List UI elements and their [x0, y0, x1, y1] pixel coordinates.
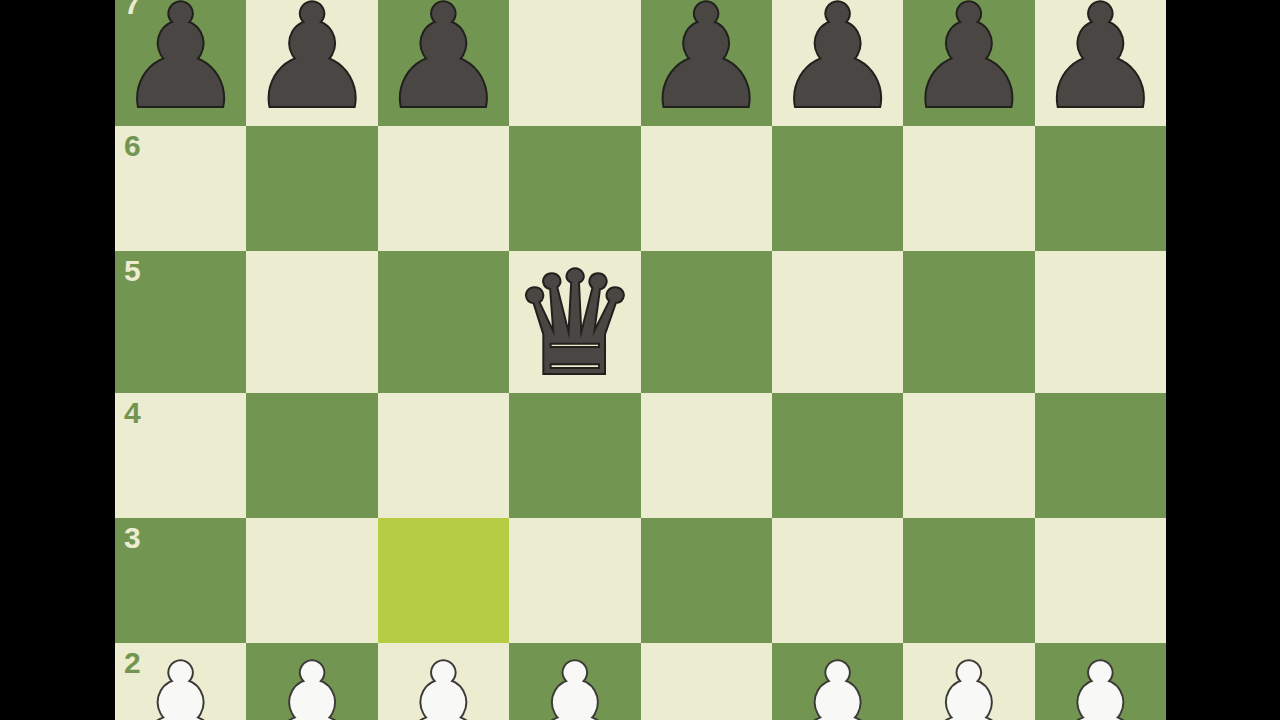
square-d5[interactable]: ♛	[509, 251, 640, 393]
black-pawn-h7[interactable]: ♟	[1037, 0, 1164, 128]
video-frame: 7♟♟♟♟♟♟♟65♛432♟♟♟♟♟♟♟	[0, 0, 1280, 720]
square-d4[interactable]	[509, 393, 640, 518]
rank-label-4: 4	[124, 398, 141, 428]
white-pawn-b2[interactable]: ♟	[248, 645, 375, 720]
rank-label-5: 5	[124, 256, 141, 286]
square-d3[interactable]	[509, 518, 640, 643]
square-f4[interactable]	[772, 393, 903, 518]
square-h2[interactable]: ♟	[1035, 643, 1166, 720]
black-pawn-f7[interactable]: ♟	[774, 0, 901, 128]
rank-label-6: 6	[124, 131, 141, 161]
black-pawn-e7[interactable]: ♟	[643, 0, 770, 128]
square-g2[interactable]: ♟	[903, 643, 1034, 720]
square-h4[interactable]	[1035, 393, 1166, 518]
square-g7[interactable]: ♟	[903, 0, 1034, 126]
square-f2[interactable]: ♟	[772, 643, 903, 720]
square-f5[interactable]	[772, 251, 903, 393]
square-e3[interactable]	[641, 518, 772, 643]
square-f7[interactable]: ♟	[772, 0, 903, 126]
square-c4[interactable]	[378, 393, 509, 518]
chess-board: 7♟♟♟♟♟♟♟65♛432♟♟♟♟♟♟♟	[115, 0, 1166, 720]
white-pawn-d2[interactable]: ♟	[511, 645, 638, 720]
square-c3[interactable]	[378, 518, 509, 643]
square-e5[interactable]	[641, 251, 772, 393]
letterbox-left	[0, 0, 115, 720]
letterbox-right	[1166, 0, 1280, 720]
square-c6[interactable]	[378, 126, 509, 251]
black-pawn-g7[interactable]: ♟	[905, 0, 1032, 128]
square-f6[interactable]	[772, 126, 903, 251]
square-g5[interactable]	[903, 251, 1034, 393]
white-pawn-c2[interactable]: ♟	[380, 645, 507, 720]
square-e2[interactable]	[641, 643, 772, 720]
square-d2[interactable]: ♟	[509, 643, 640, 720]
square-g3[interactable]	[903, 518, 1034, 643]
square-b7[interactable]: ♟	[246, 0, 377, 126]
black-pawn-a7[interactable]: ♟	[117, 0, 244, 128]
square-b2[interactable]: ♟	[246, 643, 377, 720]
square-b3[interactable]	[246, 518, 377, 643]
square-g6[interactable]	[903, 126, 1034, 251]
square-h5[interactable]	[1035, 251, 1166, 393]
black-pawn-b7[interactable]: ♟	[248, 0, 375, 128]
square-d7[interactable]	[509, 0, 640, 126]
square-a6[interactable]: 6	[115, 126, 246, 251]
white-pawn-h2[interactable]: ♟	[1037, 645, 1164, 720]
square-e7[interactable]: ♟	[641, 0, 772, 126]
rank-label-3: 3	[124, 523, 141, 553]
square-d6[interactable]	[509, 126, 640, 251]
square-g4[interactable]	[903, 393, 1034, 518]
square-f3[interactable]	[772, 518, 903, 643]
square-c7[interactable]: ♟	[378, 0, 509, 126]
square-h3[interactable]	[1035, 518, 1166, 643]
square-c2[interactable]: ♟	[378, 643, 509, 720]
square-b6[interactable]	[246, 126, 377, 251]
square-h7[interactable]: ♟	[1035, 0, 1166, 126]
square-h6[interactable]	[1035, 126, 1166, 251]
square-b5[interactable]	[246, 251, 377, 393]
square-b4[interactable]	[246, 393, 377, 518]
white-pawn-a2[interactable]: ♟	[117, 645, 244, 720]
white-pawn-f2[interactable]: ♟	[774, 645, 901, 720]
square-e6[interactable]	[641, 126, 772, 251]
black-queen-d5[interactable]: ♛	[511, 253, 638, 395]
square-a4[interactable]: 4	[115, 393, 246, 518]
white-pawn-g2[interactable]: ♟	[905, 645, 1032, 720]
square-e4[interactable]	[641, 393, 772, 518]
black-pawn-c7[interactable]: ♟	[380, 0, 507, 128]
square-a2[interactable]: 2♟	[115, 643, 246, 720]
square-a7[interactable]: 7♟	[115, 0, 246, 126]
square-a3[interactable]: 3	[115, 518, 246, 643]
square-c5[interactable]	[378, 251, 509, 393]
square-a5[interactable]: 5	[115, 251, 246, 393]
